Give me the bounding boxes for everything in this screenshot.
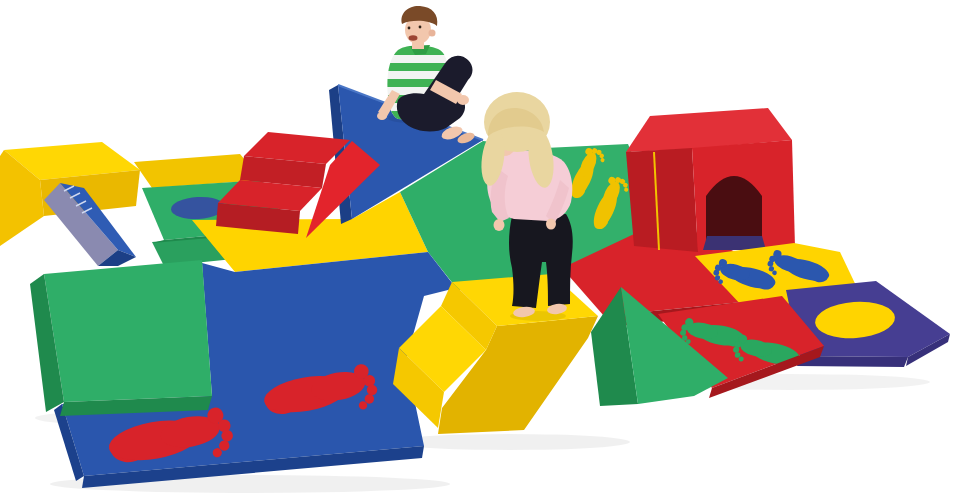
boy-mouth (409, 35, 418, 41)
boy-eye-2 (419, 26, 422, 29)
girl-hand (494, 219, 505, 231)
tunnel-left-face (626, 148, 698, 252)
boy-eye (408, 27, 411, 30)
boy-hand (377, 112, 387, 120)
green-wedge-left-top (44, 260, 212, 402)
red-tunnel (626, 108, 795, 252)
tunnel-inside-floor (703, 236, 766, 250)
boy-ear (429, 30, 436, 37)
boy-hand-2 (457, 95, 469, 105)
scene (0, 0, 960, 504)
girl-hand-2 (546, 219, 556, 230)
green-wedge-left (30, 260, 212, 416)
product-photo-soft-play-set (0, 0, 960, 504)
